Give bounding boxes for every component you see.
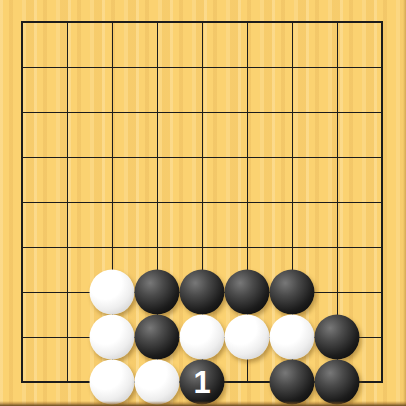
stone-black [270,270,315,315]
stone-black [135,315,180,360]
stone-black: 1 [180,360,225,405]
stone-black [135,270,180,315]
stone-white [90,270,135,315]
stone-black [225,270,270,315]
stone-white [90,360,135,405]
stone-black [315,315,360,360]
go-board: 1 [0,0,406,406]
stone-black [270,360,315,405]
stone-white [135,360,180,405]
stone-white [90,315,135,360]
stone-white [270,315,315,360]
move-number-label: 1 [180,360,225,405]
stones-layer: 1 [0,0,406,406]
stone-white [180,315,225,360]
stone-black [180,270,225,315]
stone-black [315,360,360,405]
board-edge-bottom-shading [0,401,406,406]
stone-white [225,315,270,360]
